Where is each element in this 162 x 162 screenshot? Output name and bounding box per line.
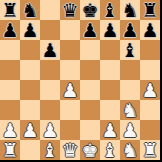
square-g2[interactable]: ♟: [120, 120, 140, 140]
square-h1[interactable]: ♜: [140, 140, 160, 160]
square-f6[interactable]: [100, 40, 120, 60]
square-a4[interactable]: [0, 80, 20, 100]
board-wrap: ♜♞♛♚♝♞♜♟♟♟♟♟♟♟♝♟♟♞♟♟♟♟♟♜♝♛♚♝♞♜: [0, 0, 162, 162]
square-b7[interactable]: ♟: [20, 20, 40, 40]
square-e3[interactable]: [80, 100, 100, 120]
square-e1[interactable]: ♚: [80, 140, 100, 160]
square-h7[interactable]: ♟: [140, 20, 160, 40]
piece-white-pawn-c2[interactable]: ♟: [41, 120, 58, 140]
square-e8[interactable]: ♚: [80, 0, 100, 20]
piece-black-queen-d8[interactable]: ♛: [61, 0, 78, 20]
square-b6[interactable]: [20, 40, 40, 60]
square-e2[interactable]: [80, 120, 100, 140]
piece-black-knight-g8[interactable]: ♞: [121, 0, 138, 20]
square-a8[interactable]: ♜: [0, 0, 20, 20]
piece-black-bishop-f8[interactable]: ♝: [101, 0, 118, 20]
square-f2[interactable]: ♟: [100, 120, 120, 140]
square-d4[interactable]: ♟: [60, 80, 80, 100]
piece-white-rook-a1[interactable]: ♜: [1, 140, 18, 160]
piece-black-pawn-a7[interactable]: ♟: [1, 20, 18, 40]
square-d2[interactable]: [60, 120, 80, 140]
piece-white-bishop-c1[interactable]: ♝: [41, 140, 58, 160]
square-a2[interactable]: ♟: [0, 120, 20, 140]
square-a3[interactable]: [0, 100, 20, 120]
square-h8[interactable]: ♜: [140, 0, 160, 20]
piece-black-rook-h8[interactable]: ♜: [141, 0, 158, 20]
square-f8[interactable]: ♝: [100, 0, 120, 20]
piece-black-pawn-e7[interactable]: ♟: [81, 20, 98, 40]
piece-black-knight-b8[interactable]: ♞: [21, 0, 38, 20]
square-d6[interactable]: [60, 40, 80, 60]
square-g7[interactable]: ♟: [120, 20, 140, 40]
square-b3[interactable]: [20, 100, 40, 120]
piece-white-king-e1[interactable]: ♚: [81, 140, 98, 160]
square-f1[interactable]: ♝: [100, 140, 120, 160]
piece-white-pawn-a2[interactable]: ♟: [1, 120, 18, 140]
square-a7[interactable]: ♟: [0, 20, 20, 40]
square-f3[interactable]: [100, 100, 120, 120]
square-d1[interactable]: ♛: [60, 140, 80, 160]
square-b1[interactable]: [20, 140, 40, 160]
square-h4[interactable]: ♟: [140, 80, 160, 100]
piece-white-pawn-f2[interactable]: ♟: [101, 120, 118, 140]
square-e4[interactable]: [80, 80, 100, 100]
square-a1[interactable]: ♜: [0, 140, 20, 160]
square-c3[interactable]: [40, 100, 60, 120]
square-g4[interactable]: [120, 80, 140, 100]
square-d5[interactable]: [60, 60, 80, 80]
piece-white-bishop-f1[interactable]: ♝: [101, 140, 118, 160]
chess-board: ♜♞♛♚♝♞♜♟♟♟♟♟♟♟♝♟♟♞♟♟♟♟♟♜♝♛♚♝♞♜: [0, 0, 162, 162]
piece-white-knight-g1[interactable]: ♞: [121, 140, 138, 160]
square-g1[interactable]: ♞: [120, 140, 140, 160]
square-b5[interactable]: [20, 60, 40, 80]
square-g5[interactable]: [120, 60, 140, 80]
square-d3[interactable]: [60, 100, 80, 120]
piece-black-king-e8[interactable]: ♚: [81, 0, 98, 20]
square-b4[interactable]: [20, 80, 40, 100]
piece-white-rook-h1[interactable]: ♜: [141, 140, 158, 160]
square-h3[interactable]: [140, 100, 160, 120]
square-d8[interactable]: ♛: [60, 0, 80, 20]
square-c2[interactable]: ♟: [40, 120, 60, 140]
piece-white-pawn-b2[interactable]: ♟: [21, 120, 38, 140]
square-h6[interactable]: [140, 40, 160, 60]
piece-black-rook-a8[interactable]: ♜: [1, 0, 18, 20]
square-a6[interactable]: [0, 40, 20, 60]
square-c4[interactable]: [40, 80, 60, 100]
piece-white-queen-d1[interactable]: ♛: [61, 140, 78, 160]
square-c5[interactable]: [40, 60, 60, 80]
square-h5[interactable]: [140, 60, 160, 80]
square-d7[interactable]: [60, 20, 80, 40]
piece-black-pawn-g7[interactable]: ♟: [121, 20, 138, 40]
piece-white-pawn-g2[interactable]: ♟: [121, 120, 138, 140]
piece-black-pawn-c6[interactable]: ♟: [41, 40, 58, 60]
square-c6[interactable]: ♟: [40, 40, 60, 60]
square-g8[interactable]: ♞: [120, 0, 140, 20]
square-c8[interactable]: [40, 0, 60, 20]
square-e5[interactable]: [80, 60, 100, 80]
square-c7[interactable]: [40, 20, 60, 40]
square-a5[interactable]: [0, 60, 20, 80]
square-b8[interactable]: ♞: [20, 0, 40, 20]
piece-white-pawn-h4[interactable]: ♟: [141, 80, 158, 100]
piece-black-pawn-h7[interactable]: ♟: [141, 20, 158, 40]
square-f4[interactable]: [100, 80, 120, 100]
piece-black-bishop-g6[interactable]: ♝: [121, 40, 138, 60]
square-c1[interactable]: ♝: [40, 140, 60, 160]
square-e7[interactable]: ♟: [80, 20, 100, 40]
piece-white-knight-g3[interactable]: ♞: [121, 100, 138, 120]
square-f7[interactable]: ♟: [100, 20, 120, 40]
square-e6[interactable]: [80, 40, 100, 60]
square-f5[interactable]: [100, 60, 120, 80]
piece-black-pawn-f7[interactable]: ♟: [101, 20, 118, 40]
square-h2[interactable]: [140, 120, 160, 140]
piece-white-pawn-d4[interactable]: ♟: [61, 80, 78, 100]
square-b2[interactable]: ♟: [20, 120, 40, 140]
piece-black-pawn-b7[interactable]: ♟: [21, 20, 38, 40]
square-g3[interactable]: ♞: [120, 100, 140, 120]
square-g6[interactable]: ♝: [120, 40, 140, 60]
